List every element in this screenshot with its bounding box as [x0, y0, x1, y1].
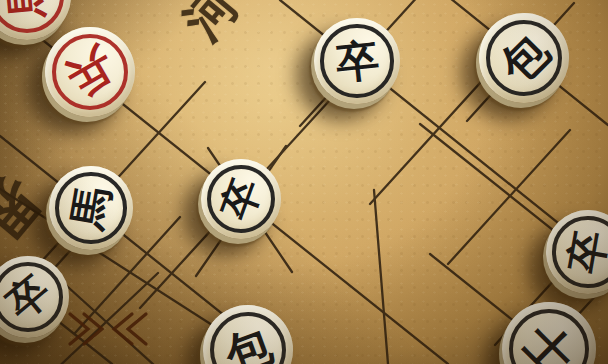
- xiangqi-board-photo: 河 界 馬兵卒包馬卒卒包卒士: [0, 0, 608, 364]
- piece-character: 卒: [215, 173, 266, 224]
- piece-black-pawn[interactable]: 卒: [314, 18, 400, 104]
- piece-character: 卒: [564, 228, 608, 277]
- piece-character: 馬: [67, 184, 116, 233]
- piece-black-pawn[interactable]: 卒: [201, 159, 281, 239]
- piece-character: 包: [219, 321, 277, 364]
- piece-black-horse[interactable]: 馬: [49, 166, 133, 250]
- piece-character: 卒: [0, 268, 57, 326]
- piece-character: 兵: [59, 41, 120, 102]
- piece-black-cannon[interactable]: 包: [479, 13, 569, 103]
- piece-character: 包: [492, 26, 556, 90]
- piece-red-soldier[interactable]: 兵: [45, 27, 135, 117]
- piece-character: 卒: [333, 37, 380, 84]
- piece-character: 馬: [3, 0, 51, 20]
- piece-character: 士: [516, 316, 582, 364]
